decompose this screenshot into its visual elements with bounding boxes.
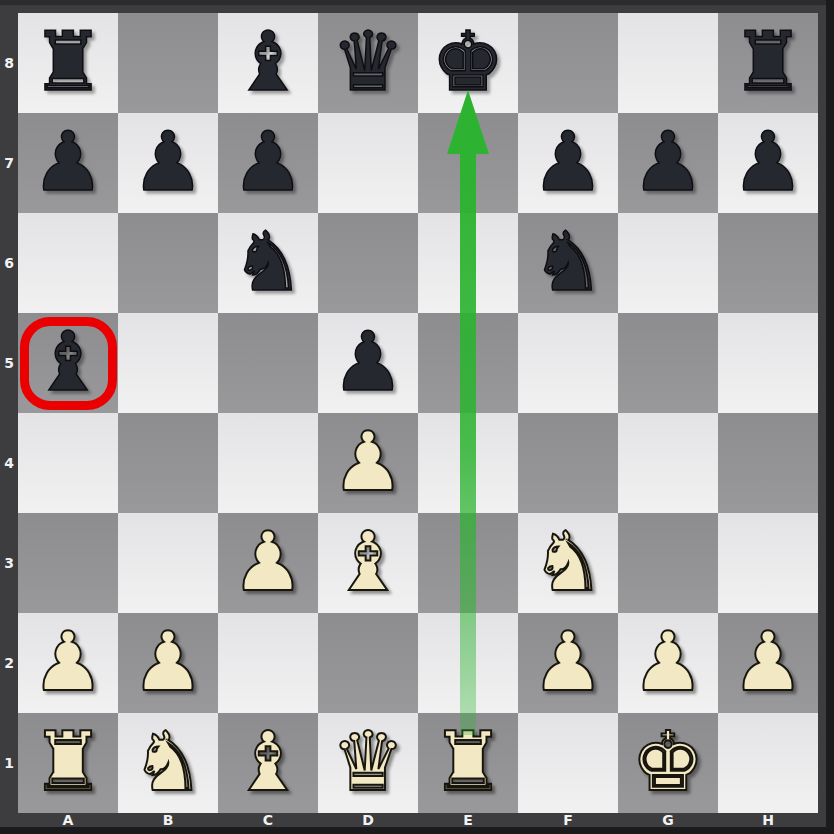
- piece-black-queen: ♛: [318, 13, 418, 113]
- square-b2[interactable]: ♟: [118, 613, 218, 713]
- file-label-d: D: [318, 812, 418, 828]
- square-a4[interactable]: [18, 413, 118, 513]
- square-b8[interactable]: [118, 13, 218, 113]
- file-label-h: H: [718, 812, 818, 828]
- piece-white-king: ♚: [618, 713, 718, 813]
- square-h8[interactable]: ♜: [718, 13, 818, 113]
- square-h6[interactable]: [718, 213, 818, 313]
- file-label-a: A: [18, 812, 118, 828]
- rank-label-3: 3: [0, 513, 18, 613]
- square-c3[interactable]: ♟: [218, 513, 318, 613]
- piece-black-pawn: ♟: [718, 113, 818, 213]
- piece-white-rook: ♜: [418, 713, 518, 813]
- square-d4[interactable]: ♟: [318, 413, 418, 513]
- square-b3[interactable]: [118, 513, 218, 613]
- square-d7[interactable]: [318, 113, 418, 213]
- piece-white-pawn: ♟: [718, 613, 818, 713]
- square-d5[interactable]: ♟: [318, 313, 418, 413]
- piece-white-rook: ♜: [18, 713, 118, 813]
- rank-label-6: 6: [0, 213, 18, 313]
- piece-black-pawn: ♟: [218, 113, 318, 213]
- square-d1[interactable]: ♛: [318, 713, 418, 813]
- piece-white-pawn: ♟: [318, 413, 418, 513]
- square-f8[interactable]: [518, 13, 618, 113]
- file-label-f: F: [518, 812, 618, 828]
- piece-white-bishop: ♝: [218, 713, 318, 813]
- square-a2[interactable]: ♟: [18, 613, 118, 713]
- square-e3[interactable]: [418, 513, 518, 613]
- square-g8[interactable]: [618, 13, 718, 113]
- piece-white-pawn: ♟: [218, 513, 318, 613]
- square-f2[interactable]: ♟: [518, 613, 618, 713]
- square-e7[interactable]: [418, 113, 518, 213]
- square-e2[interactable]: [418, 613, 518, 713]
- piece-black-knight: ♞: [518, 213, 618, 313]
- square-c1[interactable]: ♝: [218, 713, 318, 813]
- square-a5[interactable]: ♝: [18, 313, 118, 413]
- square-h5[interactable]: [718, 313, 818, 413]
- piece-black-rook: ♜: [718, 13, 818, 113]
- file-label-e: E: [418, 812, 518, 828]
- piece-black-pawn: ♟: [518, 113, 618, 213]
- chess-board: ♜♝♛♚♜♟♟♟♟♟♟♞♞♝♟♟♟♝♞♟♟♟♟♟♜♞♝♛♜♚: [18, 13, 818, 813]
- square-d8[interactable]: ♛: [318, 13, 418, 113]
- square-f3[interactable]: ♞: [518, 513, 618, 613]
- piece-white-knight: ♞: [518, 513, 618, 613]
- square-e4[interactable]: [418, 413, 518, 513]
- piece-black-pawn: ♟: [18, 113, 118, 213]
- square-f4[interactable]: [518, 413, 618, 513]
- piece-white-pawn: ♟: [118, 613, 218, 713]
- piece-black-pawn: ♟: [118, 113, 218, 213]
- rank-label-4: 4: [0, 413, 18, 513]
- square-a3[interactable]: [18, 513, 118, 613]
- piece-black-pawn: ♟: [318, 313, 418, 413]
- square-d3[interactable]: ♝: [318, 513, 418, 613]
- square-b5[interactable]: [118, 313, 218, 413]
- chessboard-frame: 87654321 ♜♝♛♚♜♟♟♟♟♟♟♞♞♝♟♟♟♝♞♟♟♟♟♟♜♞♝♛♜♚ …: [0, 0, 834, 834]
- file-label-c: C: [218, 812, 318, 828]
- square-h3[interactable]: [718, 513, 818, 613]
- square-c8[interactable]: ♝: [218, 13, 318, 113]
- square-g5[interactable]: [618, 313, 718, 413]
- square-g1[interactable]: ♚: [618, 713, 718, 813]
- piece-black-king: ♚: [418, 13, 518, 113]
- square-b6[interactable]: [118, 213, 218, 313]
- square-f1[interactable]: [518, 713, 618, 813]
- square-h7[interactable]: ♟: [718, 113, 818, 213]
- rank-label-8: 8: [0, 13, 18, 113]
- piece-black-bishop: ♝: [18, 313, 118, 413]
- rank-label-7: 7: [0, 113, 18, 213]
- piece-black-bishop: ♝: [218, 13, 318, 113]
- square-e6[interactable]: [418, 213, 518, 313]
- square-c5[interactable]: [218, 313, 318, 413]
- file-label-g: G: [618, 812, 718, 828]
- rank-label-5: 5: [0, 313, 18, 413]
- rank-label-2: 2: [0, 613, 18, 713]
- square-d2[interactable]: [318, 613, 418, 713]
- square-h4[interactable]: [718, 413, 818, 513]
- piece-black-knight: ♞: [218, 213, 318, 313]
- square-g2[interactable]: ♟: [618, 613, 718, 713]
- square-d6[interactable]: [318, 213, 418, 313]
- piece-white-pawn: ♟: [518, 613, 618, 713]
- square-h2[interactable]: ♟: [718, 613, 818, 713]
- square-f7[interactable]: ♟: [518, 113, 618, 213]
- piece-white-bishop: ♝: [318, 513, 418, 613]
- square-f6[interactable]: ♞: [518, 213, 618, 313]
- piece-white-pawn: ♟: [18, 613, 118, 713]
- square-c2[interactable]: [218, 613, 318, 713]
- square-b7[interactable]: ♟: [118, 113, 218, 213]
- square-a1[interactable]: ♜: [18, 713, 118, 813]
- piece-white-queen: ♛: [318, 713, 418, 813]
- square-f5[interactable]: [518, 313, 618, 413]
- rank-label-1: 1: [0, 713, 18, 813]
- piece-white-pawn: ♟: [618, 613, 718, 713]
- square-c6[interactable]: ♞: [218, 213, 318, 313]
- square-h1[interactable]: [718, 713, 818, 813]
- square-b4[interactable]: [118, 413, 218, 513]
- file-label-b: B: [118, 812, 218, 828]
- square-e8[interactable]: ♚: [418, 13, 518, 113]
- piece-white-knight: ♞: [118, 713, 218, 813]
- square-e5[interactable]: [418, 313, 518, 413]
- piece-black-rook: ♜: [18, 13, 118, 113]
- file-labels: ABCDEFGH: [18, 812, 818, 828]
- square-a6[interactable]: [18, 213, 118, 313]
- square-g3[interactable]: [618, 513, 718, 613]
- piece-black-pawn: ♟: [618, 113, 718, 213]
- square-e1[interactable]: ♜: [418, 713, 518, 813]
- square-g4[interactable]: [618, 413, 718, 513]
- square-g6[interactable]: [618, 213, 718, 313]
- square-c7[interactable]: ♟: [218, 113, 318, 213]
- square-b1[interactable]: ♞: [118, 713, 218, 813]
- square-g7[interactable]: ♟: [618, 113, 718, 213]
- square-a8[interactable]: ♜: [18, 13, 118, 113]
- square-a7[interactable]: ♟: [18, 113, 118, 213]
- square-c4[interactable]: [218, 413, 318, 513]
- rank-labels: 87654321: [0, 13, 18, 813]
